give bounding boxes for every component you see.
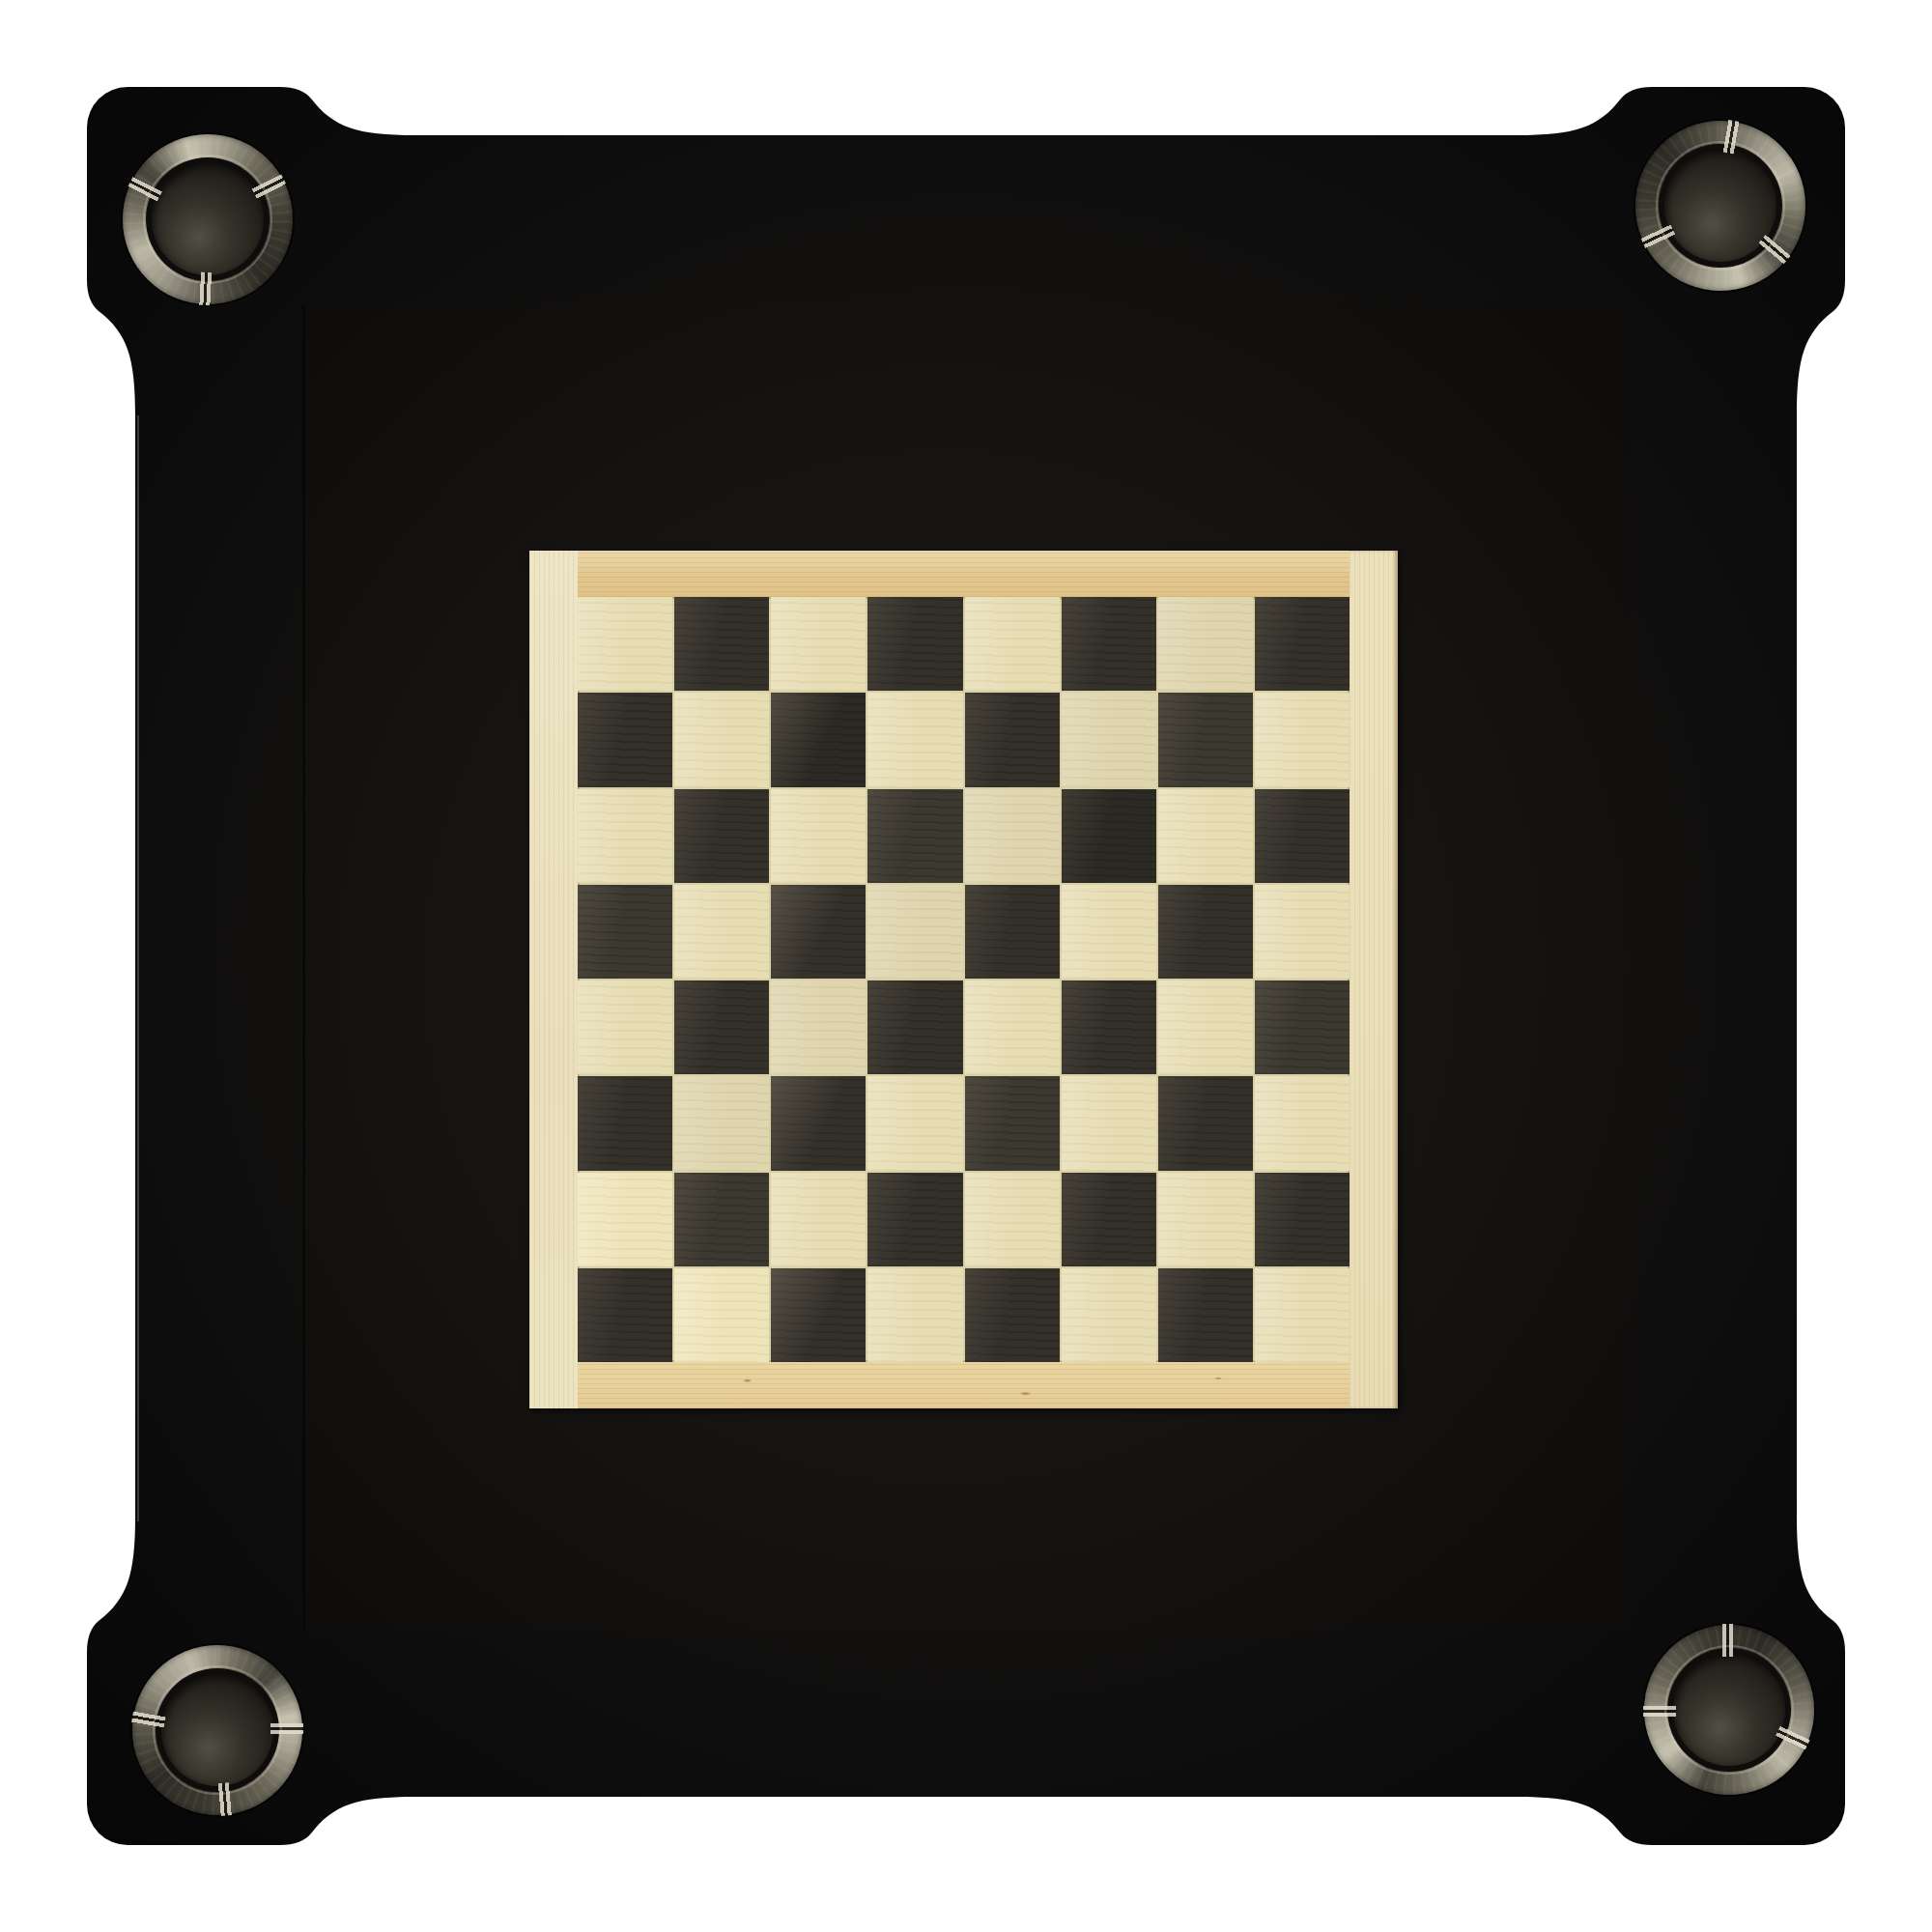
square-b4 bbox=[674, 980, 769, 1074]
cup-holder-notch bbox=[270, 1718, 303, 1743]
cup-holder-top-right bbox=[1635, 121, 1805, 291]
square-e6 bbox=[965, 789, 1060, 883]
square-h6 bbox=[1255, 789, 1350, 883]
square-d5 bbox=[867, 885, 962, 979]
square-a8 bbox=[578, 597, 672, 691]
square-g1 bbox=[1158, 1268, 1253, 1362]
checkerboard-inlay bbox=[529, 551, 1398, 1408]
board-frame-bottom bbox=[578, 1362, 1350, 1408]
checkerboard-grid bbox=[578, 597, 1350, 1362]
square-d2 bbox=[867, 1173, 962, 1266]
square-h8 bbox=[1255, 597, 1350, 691]
square-g5 bbox=[1158, 885, 1253, 979]
square-a3 bbox=[578, 1076, 672, 1170]
square-b2 bbox=[674, 1173, 769, 1266]
square-f1 bbox=[1062, 1268, 1156, 1362]
square-a7 bbox=[578, 693, 672, 786]
square-f8 bbox=[1062, 597, 1156, 691]
square-c1 bbox=[771, 1268, 866, 1362]
square-b8 bbox=[674, 597, 769, 691]
square-c3 bbox=[771, 1076, 866, 1170]
square-c6 bbox=[771, 789, 866, 883]
square-e3 bbox=[965, 1076, 1060, 1170]
square-f5 bbox=[1062, 885, 1156, 979]
cup-holder-dome-top-left bbox=[152, 163, 264, 275]
cup-holder-notch bbox=[1717, 1624, 1742, 1657]
cup-holder-notch bbox=[130, 1703, 167, 1734]
square-a5 bbox=[578, 885, 672, 979]
square-e4 bbox=[965, 980, 1060, 1074]
square-c2 bbox=[771, 1173, 866, 1266]
square-g3 bbox=[1158, 1076, 1253, 1170]
square-a4 bbox=[578, 980, 672, 1074]
square-g2 bbox=[1158, 1173, 1253, 1266]
square-h5 bbox=[1255, 885, 1350, 979]
cup-holder-notch bbox=[210, 1782, 238, 1817]
square-g4 bbox=[1158, 980, 1253, 1074]
square-d7 bbox=[867, 693, 962, 786]
square-f6 bbox=[1062, 789, 1156, 883]
cup-holder-dome-bottom-right bbox=[1673, 1654, 1785, 1766]
cup-holder-notch bbox=[1718, 119, 1748, 156]
square-e2 bbox=[965, 1173, 1060, 1266]
cup-holder-top-left bbox=[123, 134, 293, 304]
square-b1 bbox=[674, 1268, 769, 1362]
square-c8 bbox=[771, 597, 866, 691]
square-h2 bbox=[1255, 1173, 1350, 1266]
square-c5 bbox=[771, 885, 866, 979]
square-h4 bbox=[1255, 980, 1350, 1074]
board-frame-left bbox=[529, 551, 578, 1408]
cup-holder-notch bbox=[190, 271, 217, 305]
square-e5 bbox=[965, 885, 1060, 979]
square-a2 bbox=[578, 1173, 672, 1266]
square-g7 bbox=[1158, 693, 1253, 786]
square-e1 bbox=[965, 1268, 1060, 1362]
square-d6 bbox=[867, 789, 962, 883]
square-b3 bbox=[674, 1076, 769, 1170]
cup-holder-bottom-left bbox=[132, 1645, 302, 1815]
cup-holder-notch bbox=[1643, 1697, 1676, 1722]
cup-holder-dome-bottom-left bbox=[161, 1674, 273, 1786]
board-frame-top bbox=[578, 551, 1350, 597]
cup-holder-bottom-right bbox=[1644, 1625, 1814, 1795]
square-a1 bbox=[578, 1268, 672, 1362]
square-e8 bbox=[965, 597, 1060, 691]
square-c4 bbox=[771, 980, 866, 1074]
square-f3 bbox=[1062, 1076, 1156, 1170]
square-g8 bbox=[1158, 597, 1253, 691]
square-e7 bbox=[965, 693, 1060, 786]
square-d4 bbox=[867, 980, 962, 1074]
square-b5 bbox=[674, 885, 769, 979]
square-g6 bbox=[1158, 789, 1253, 883]
square-d3 bbox=[867, 1076, 962, 1170]
product-photo-background bbox=[0, 0, 1932, 1932]
square-f7 bbox=[1062, 693, 1156, 786]
square-f2 bbox=[1062, 1173, 1156, 1266]
square-f4 bbox=[1062, 980, 1156, 1074]
board-frame-right bbox=[1350, 551, 1398, 1408]
square-h1 bbox=[1255, 1268, 1350, 1362]
square-h7 bbox=[1255, 693, 1350, 786]
cup-holder-dome-top-right bbox=[1664, 150, 1776, 262]
square-a6 bbox=[578, 789, 672, 883]
square-c7 bbox=[771, 693, 866, 786]
square-d1 bbox=[867, 1268, 962, 1362]
square-d8 bbox=[867, 597, 962, 691]
square-b7 bbox=[674, 693, 769, 786]
square-b6 bbox=[674, 789, 769, 883]
square-h3 bbox=[1255, 1076, 1350, 1170]
